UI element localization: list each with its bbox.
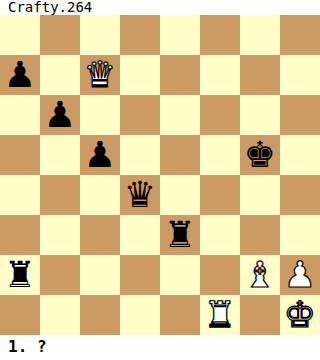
- square-d5[interactable]: [120, 135, 160, 175]
- square-g6[interactable]: [240, 95, 280, 135]
- square-e6[interactable]: [160, 95, 200, 135]
- square-e5[interactable]: [160, 135, 200, 175]
- square-e1[interactable]: [160, 295, 200, 335]
- black-pawn-piece[interactable]: ♟: [44, 95, 76, 135]
- white-rook-piece[interactable]: ♜: [204, 295, 236, 335]
- square-h1[interactable]: ♚: [280, 295, 320, 335]
- square-f6[interactable]: [200, 95, 240, 135]
- square-f8[interactable]: [200, 15, 240, 55]
- square-g5[interactable]: ♚: [240, 135, 280, 175]
- square-b1[interactable]: [40, 295, 80, 335]
- square-h8[interactable]: [280, 15, 320, 55]
- square-h3[interactable]: [280, 215, 320, 255]
- square-e3[interactable]: ♜: [160, 215, 200, 255]
- square-c6[interactable]: [80, 95, 120, 135]
- square-a6[interactable]: [0, 95, 40, 135]
- square-e4[interactable]: [160, 175, 200, 215]
- square-d2[interactable]: [120, 255, 160, 295]
- move-prompt: 1. ?: [0, 335, 320, 360]
- black-rook-piece[interactable]: ♜: [164, 215, 196, 255]
- square-b3[interactable]: [40, 215, 80, 255]
- square-h4[interactable]: [280, 175, 320, 215]
- square-b8[interactable]: [40, 15, 80, 55]
- square-g3[interactable]: [240, 215, 280, 255]
- square-a8[interactable]: [0, 15, 40, 55]
- square-c2[interactable]: [80, 255, 120, 295]
- square-f3[interactable]: [200, 215, 240, 255]
- square-g2[interactable]: ♝: [240, 255, 280, 295]
- white-bishop-piece[interactable]: ♝: [244, 255, 276, 295]
- square-a2[interactable]: ♜: [0, 255, 40, 295]
- square-a4[interactable]: [0, 175, 40, 215]
- square-c8[interactable]: [80, 15, 120, 55]
- white-queen-piece[interactable]: ♛: [84, 55, 116, 95]
- square-f7[interactable]: [200, 55, 240, 95]
- square-d7[interactable]: [120, 55, 160, 95]
- square-c4[interactable]: [80, 175, 120, 215]
- white-pawn-piece[interactable]: ♟: [284, 255, 316, 295]
- square-h7[interactable]: [280, 55, 320, 95]
- square-g1[interactable]: [240, 295, 280, 335]
- square-f4[interactable]: [200, 175, 240, 215]
- chess-board: ♟♛♟♟♚♛♜♜♝♟♜♚: [0, 15, 320, 335]
- square-g8[interactable]: [240, 15, 280, 55]
- square-d8[interactable]: [120, 15, 160, 55]
- square-f2[interactable]: [200, 255, 240, 295]
- square-f1[interactable]: ♜: [200, 295, 240, 335]
- square-e2[interactable]: [160, 255, 200, 295]
- square-g4[interactable]: [240, 175, 280, 215]
- square-d4[interactable]: ♛: [120, 175, 160, 215]
- square-a1[interactable]: [0, 295, 40, 335]
- square-d1[interactable]: [120, 295, 160, 335]
- square-h2[interactable]: ♟: [280, 255, 320, 295]
- white-king-piece[interactable]: ♚: [284, 295, 316, 335]
- square-e8[interactable]: [160, 15, 200, 55]
- black-pawn-piece[interactable]: ♟: [4, 55, 36, 95]
- square-f5[interactable]: [200, 135, 240, 175]
- crafty-window: Crafty.264 ♟♛♟♟♚♛♜♜♝♟♜♚ 1. ?: [0, 0, 320, 360]
- square-a3[interactable]: [0, 215, 40, 255]
- black-pawn-piece[interactable]: ♟: [84, 135, 116, 175]
- square-h6[interactable]: [280, 95, 320, 135]
- square-b5[interactable]: [40, 135, 80, 175]
- square-b4[interactable]: [40, 175, 80, 215]
- square-g7[interactable]: [240, 55, 280, 95]
- square-d6[interactable]: [120, 95, 160, 135]
- black-rook-piece[interactable]: ♜: [4, 255, 36, 295]
- window-title: Crafty.264: [0, 0, 320, 15]
- square-h5[interactable]: [280, 135, 320, 175]
- square-a7[interactable]: ♟: [0, 55, 40, 95]
- square-c1[interactable]: [80, 295, 120, 335]
- black-king-piece[interactable]: ♚: [244, 135, 276, 175]
- square-b6[interactable]: ♟: [40, 95, 80, 135]
- black-queen-piece[interactable]: ♛: [124, 175, 156, 215]
- square-c7[interactable]: ♛: [80, 55, 120, 95]
- square-c3[interactable]: [80, 215, 120, 255]
- square-a5[interactable]: [0, 135, 40, 175]
- square-d3[interactable]: [120, 215, 160, 255]
- square-e7[interactable]: [160, 55, 200, 95]
- square-c5[interactable]: ♟: [80, 135, 120, 175]
- square-b7[interactable]: [40, 55, 80, 95]
- square-b2[interactable]: [40, 255, 80, 295]
